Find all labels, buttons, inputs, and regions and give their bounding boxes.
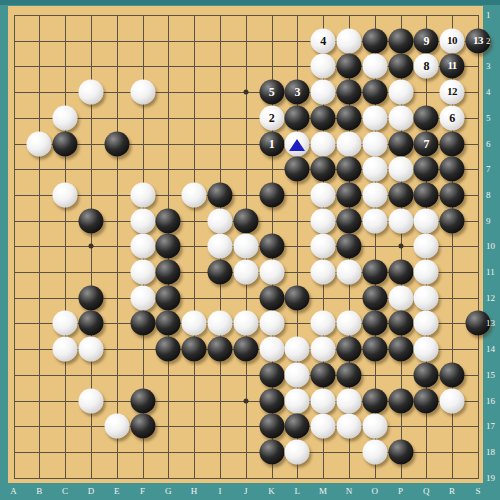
white-stone — [259, 311, 284, 336]
white-stone — [388, 157, 413, 182]
black-stone — [440, 157, 465, 182]
black-stone — [336, 362, 361, 387]
black-stone — [285, 285, 310, 310]
black-stone — [233, 208, 258, 233]
white-stone — [311, 182, 336, 207]
black-stone — [259, 439, 284, 464]
white-stone — [233, 311, 258, 336]
black-stone — [362, 285, 387, 310]
column-label: H — [191, 487, 198, 496]
white-stone — [130, 234, 155, 259]
black-stone — [362, 28, 387, 53]
black-stone — [156, 337, 181, 362]
white-stone — [311, 234, 336, 259]
white-stone — [207, 311, 232, 336]
black-stone — [207, 337, 232, 362]
black-stone — [336, 337, 361, 362]
white-stone — [182, 182, 207, 207]
black-stone — [259, 388, 284, 413]
column-label: N — [346, 487, 353, 496]
black-stone — [440, 208, 465, 233]
white-stone — [130, 285, 155, 310]
white-stone — [130, 182, 155, 207]
column-label: L — [295, 487, 301, 496]
black-stone — [182, 337, 207, 362]
white-stone — [362, 439, 387, 464]
row-label: 5 — [486, 113, 491, 122]
row-label: 6 — [486, 139, 491, 148]
white-stone — [362, 157, 387, 182]
column-label: E — [114, 487, 120, 496]
black-stone — [207, 182, 232, 207]
black-stone — [362, 388, 387, 413]
black-stone — [156, 311, 181, 336]
white-stone — [414, 260, 439, 285]
black-stone — [104, 131, 129, 156]
column-label: C — [62, 487, 68, 496]
white-stone — [440, 388, 465, 413]
white-stone — [259, 260, 284, 285]
white-stone — [285, 337, 310, 362]
black-stone — [440, 362, 465, 387]
white-stone — [414, 311, 439, 336]
black-stone — [336, 234, 361, 259]
row-label: 17 — [486, 422, 495, 431]
move-number-label: 11 — [447, 61, 456, 72]
white-stone — [388, 80, 413, 105]
black-stone — [285, 157, 310, 182]
black-stone — [336, 80, 361, 105]
triangle-marker — [289, 139, 305, 151]
black-stone — [336, 105, 361, 130]
black-stone — [285, 105, 310, 130]
black-stone — [259, 414, 284, 439]
star-point — [243, 398, 248, 403]
white-stone — [285, 362, 310, 387]
move-number-label: 12 — [447, 86, 457, 97]
go-board[interactable]: 12345678910111213 — [8, 6, 483, 483]
grid-line-horizontal — [14, 375, 479, 376]
column-label: K — [268, 487, 275, 496]
white-stone — [311, 54, 336, 79]
star-point — [88, 244, 93, 249]
white-stone — [233, 234, 258, 259]
white-stone — [311, 131, 336, 156]
black-stone — [53, 131, 78, 156]
go-game-screen: 12345678910111213 ABCDEFGHIJKLMNOPQRS123… — [0, 0, 500, 500]
black-stone — [311, 362, 336, 387]
white-stone — [336, 414, 361, 439]
row-label: 14 — [486, 345, 495, 354]
black-stone — [388, 388, 413, 413]
grid-line-vertical — [478, 15, 479, 479]
column-label: P — [398, 487, 403, 496]
white-stone — [259, 337, 284, 362]
white-stone — [362, 131, 387, 156]
black-stone — [414, 105, 439, 130]
white-stone — [311, 208, 336, 233]
star-point — [398, 244, 403, 249]
black-stone — [414, 182, 439, 207]
black-stone — [156, 234, 181, 259]
white-stone — [362, 54, 387, 79]
black-stone — [130, 388, 155, 413]
white-stone — [336, 28, 361, 53]
white-stone — [182, 311, 207, 336]
black-stone — [388, 28, 413, 53]
white-stone — [388, 285, 413, 310]
white-stone — [311, 388, 336, 413]
black-stone — [78, 208, 103, 233]
white-stone — [336, 131, 361, 156]
black-stone — [388, 311, 413, 336]
black-stone — [156, 285, 181, 310]
black-stone — [440, 182, 465, 207]
black-stone — [130, 311, 155, 336]
white-stone — [53, 337, 78, 362]
white-stone — [53, 182, 78, 207]
black-stone — [259, 285, 284, 310]
white-stone — [311, 260, 336, 285]
move-number-label: 2 — [269, 112, 275, 124]
column-label: M — [319, 487, 327, 496]
row-label: 12 — [486, 293, 495, 302]
row-label: 10 — [486, 242, 495, 251]
white-stone — [27, 131, 52, 156]
row-label: 16 — [486, 396, 495, 405]
white-stone — [78, 337, 103, 362]
white-stone — [285, 388, 310, 413]
black-stone — [388, 131, 413, 156]
row-label: 9 — [486, 216, 491, 225]
black-stone — [311, 157, 336, 182]
white-stone — [336, 260, 361, 285]
star-point — [243, 90, 248, 95]
white-stone — [336, 388, 361, 413]
black-stone — [259, 234, 284, 259]
move-number-label: 9 — [424, 34, 430, 46]
white-stone — [414, 337, 439, 362]
move-number-label: 3 — [295, 86, 301, 98]
black-stone — [336, 54, 361, 79]
column-label: R — [449, 487, 455, 496]
black-stone — [362, 260, 387, 285]
black-stone — [78, 311, 103, 336]
black-stone — [311, 105, 336, 130]
column-label: D — [88, 487, 95, 496]
black-stone — [465, 311, 490, 336]
move-number-label: 13 — [473, 35, 483, 46]
black-stone — [414, 388, 439, 413]
row-label: 3 — [486, 62, 491, 71]
black-stone — [414, 157, 439, 182]
white-stone — [336, 311, 361, 336]
black-stone — [388, 337, 413, 362]
black-stone — [130, 414, 155, 439]
white-stone — [285, 439, 310, 464]
column-label: G — [165, 487, 172, 496]
white-stone — [53, 105, 78, 130]
white-stone — [78, 80, 103, 105]
column-label: J — [244, 487, 248, 496]
white-stone — [207, 208, 232, 233]
move-number-label: 10 — [447, 35, 457, 46]
white-stone — [311, 311, 336, 336]
row-label: 8 — [486, 190, 491, 199]
column-label: B — [36, 487, 42, 496]
white-stone — [388, 105, 413, 130]
white-stone — [362, 105, 387, 130]
black-stone — [259, 182, 284, 207]
row-label: 4 — [486, 88, 491, 97]
move-number-label: 1 — [269, 137, 275, 149]
black-stone — [336, 208, 361, 233]
white-stone — [130, 208, 155, 233]
black-stone — [336, 157, 361, 182]
white-stone — [311, 80, 336, 105]
black-stone — [388, 439, 413, 464]
black-stone — [156, 260, 181, 285]
white-stone — [78, 388, 103, 413]
white-stone — [233, 260, 258, 285]
black-stone — [362, 80, 387, 105]
row-label: 18 — [486, 447, 495, 456]
black-stone — [440, 131, 465, 156]
white-stone — [414, 234, 439, 259]
white-stone — [104, 414, 129, 439]
black-stone — [388, 182, 413, 207]
column-label: F — [140, 487, 145, 496]
row-label: 15 — [486, 370, 495, 379]
black-stone — [414, 362, 439, 387]
row-label: 7 — [486, 165, 491, 174]
white-stone — [414, 208, 439, 233]
move-number-label: 5 — [269, 86, 275, 98]
black-stone — [78, 285, 103, 310]
black-stone — [362, 337, 387, 362]
black-stone — [207, 260, 232, 285]
move-number-label: 7 — [424, 137, 430, 149]
row-label: 1 — [486, 11, 491, 20]
white-stone — [130, 80, 155, 105]
black-stone — [156, 208, 181, 233]
column-label: S — [475, 487, 480, 496]
grid-line-horizontal — [14, 478, 479, 479]
move-number-label: 4 — [320, 34, 326, 46]
row-label: 11 — [486, 268, 495, 277]
window-top-edge — [0, 0, 500, 5]
row-label: 19 — [486, 473, 495, 482]
column-label: A — [10, 487, 17, 496]
white-stone — [388, 208, 413, 233]
white-stone — [130, 260, 155, 285]
white-stone — [362, 208, 387, 233]
move-number-label: 6 — [449, 112, 455, 124]
white-stone — [311, 337, 336, 362]
white-stone — [414, 285, 439, 310]
column-label: Q — [423, 487, 430, 496]
white-stone — [362, 414, 387, 439]
grid-line-horizontal — [14, 426, 479, 427]
black-stone — [336, 182, 361, 207]
white-stone — [207, 234, 232, 259]
black-stone — [233, 337, 258, 362]
black-stone — [388, 260, 413, 285]
black-stone — [285, 414, 310, 439]
column-label: I — [218, 487, 221, 496]
white-stone — [53, 311, 78, 336]
move-number-label: 8 — [424, 60, 430, 72]
white-stone — [311, 414, 336, 439]
black-stone — [259, 362, 284, 387]
black-stone — [362, 311, 387, 336]
white-stone — [362, 182, 387, 207]
column-label: O — [371, 487, 378, 496]
black-stone — [388, 54, 413, 79]
